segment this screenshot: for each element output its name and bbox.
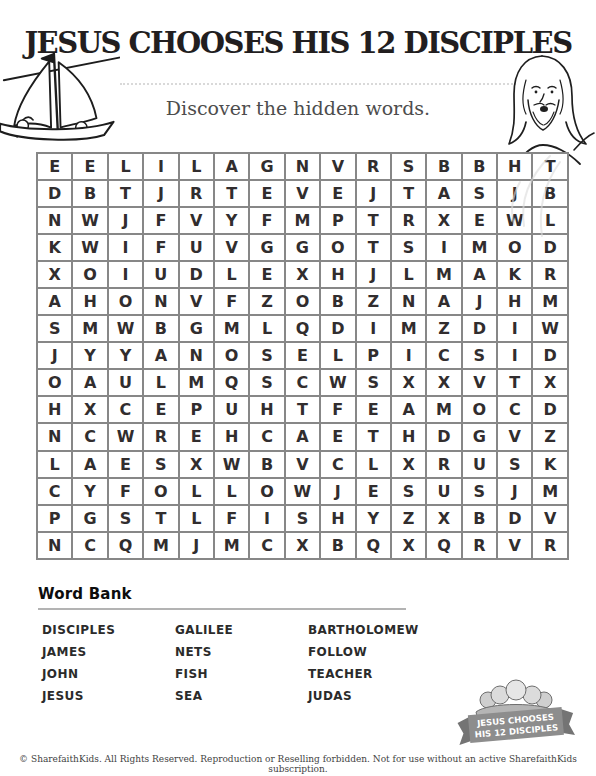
grid-cell-r13c8[interactable]: W [286,479,319,504]
grid-cell-r12c13[interactable]: U [463,452,496,477]
grid-cell-r12c10[interactable]: L [357,452,390,477]
grid-cell-r5c7[interactable]: E [250,262,283,287]
grid-cell-r3c2[interactable]: W [73,208,106,233]
grid-cell-r12c4[interactable]: S [144,452,177,477]
grid-cell-r11c8[interactable]: A [286,424,319,449]
grid-cell-r8c9[interactable]: L [321,343,354,368]
grid-cell-r12c15[interactable]: K [533,452,566,477]
grid-cell-r4c3[interactable]: I [109,235,142,260]
grid-cell-r2c6[interactable]: T [215,181,248,206]
grid-cell-r5c15[interactable]: R [533,262,566,287]
grid-cell-r3c7[interactable]: F [250,208,283,233]
grid-cell-r6c6[interactable]: F [215,289,248,314]
grid-cell-r11c9[interactable]: E [321,424,354,449]
grid-cell-r7c8[interactable]: Q [286,316,319,341]
grid-cell-r6c8[interactable]: O [286,289,319,314]
word-search-grid: EELILAGNVRSBBHTDBTJRTEVEJTASJBNWJFVYFMPT… [36,152,569,560]
grid-cell-r4c8[interactable]: G [286,235,319,260]
grid-cell-r3c6[interactable]: Y [215,208,248,233]
grid-cell-r1c7[interactable]: G [250,154,283,179]
grid-cell-r15c4[interactable]: M [144,533,177,558]
grid-cell-r13c4[interactable]: O [144,479,177,504]
grid-cell-r13c10[interactable]: E [357,479,390,504]
word-bank-item: JUDAS [308,685,419,707]
word-bank-item: SEA [175,685,308,707]
grid-cell-r9c1[interactable]: O [38,370,71,395]
grid-cell-r4c11[interactable]: S [392,235,425,260]
grid-cell-r3c8[interactable]: M [286,208,319,233]
grid-cell-r7c6[interactable]: M [215,316,248,341]
grid-cell-r4c14[interactable]: O [498,235,531,260]
grid-cell-r6c15[interactable]: M [533,289,566,314]
grid-cell-r11c4[interactable]: R [144,424,177,449]
grid-cell-r2c3[interactable]: T [109,181,142,206]
grid-cell-r14c14[interactable]: D [498,506,531,531]
word-bank-heading: Word Bank [38,585,132,603]
grid-cell-r4c15[interactable]: D [533,235,566,260]
grid-cell-r3c12[interactable]: X [427,208,460,233]
grid-cell-r10c2[interactable]: X [73,397,106,422]
grid-cell-r8c5[interactable]: N [180,343,213,368]
grid-cell-r10c11[interactable]: A [392,397,425,422]
grid-cell-r9c2[interactable]: A [73,370,106,395]
grid-cell-r15c3[interactable]: Q [109,533,142,558]
grid-cell-r2c13[interactable]: S [463,181,496,206]
grid-cell-r2c14[interactable]: J [498,181,531,206]
grid-cell-r13c12[interactable]: U [427,479,460,504]
grid-cell-r15c12[interactable]: Q [427,533,460,558]
grid-cell-r12c5[interactable]: X [180,452,213,477]
grid-cell-r3c9[interactable]: P [321,208,354,233]
grid-cell-r15c10[interactable]: Q [357,533,390,558]
word-bank-item: GALILEE [175,619,308,641]
grid-cell-r14c3[interactable]: S [109,506,142,531]
word-bank-column: GALILEE NETS FISH SEA [175,619,308,707]
grid-cell-r15c8[interactable]: X [286,533,319,558]
grid-cell-r4c2[interactable]: W [73,235,106,260]
grid-cell-r11c3[interactable]: W [109,424,142,449]
worksheet-page: JESUS CHOOSES HIS 12 DISCIPLES Discover … [0,0,596,776]
grid-cell-r15c14[interactable]: V [498,533,531,558]
grid-cell-r2c9[interactable]: E [321,181,354,206]
grid-cell-r2c15[interactable]: B [533,181,566,206]
grid-cell-r7c1[interactable]: S [38,316,71,341]
grid-cell-r9c4[interactable]: L [144,370,177,395]
word-bank-column: BARTHOLOMEW FOLLOW TEACHER JUDAS [308,619,419,707]
grid-cell-r3c5[interactable]: V [180,208,213,233]
sailboat-icon [0,50,146,154]
grid-cell-r8c6[interactable]: O [215,343,248,368]
grid-cell-r10c13[interactable]: O [463,397,496,422]
grid-cell-r3c15[interactable]: L [533,208,566,233]
grid-cell-r8c15[interactable]: D [533,343,566,368]
grid-cell-r8c3[interactable]: Y [109,343,142,368]
grid-cell-r5c3[interactable]: I [109,262,142,287]
grid-cell-r3c10[interactable]: T [357,208,390,233]
grid-cell-r12c1[interactable]: L [38,452,71,477]
grid-cell-r12c3[interactable]: E [109,452,142,477]
grid-cell-r4c9[interactable]: O [321,235,354,260]
word-bank-rule [38,608,406,610]
grid-cell-r3c13[interactable]: E [463,208,496,233]
grid-cell-r15c5[interactable]: J [180,533,213,558]
grid-cell-r12c11[interactable]: X [392,452,425,477]
grid-cell-r6c12[interactable]: A [427,289,460,314]
grid-cell-r10c15[interactable]: D [533,397,566,422]
grid-cell-r1c8[interactable]: N [286,154,319,179]
grid-cell-r14c12[interactable]: X [427,506,460,531]
grid-cell-r10c8[interactable]: T [286,397,319,422]
grid-cell-r9c13[interactable]: V [463,370,496,395]
grid-cell-r9c8[interactable]: C [286,370,319,395]
grid-cell-r8c13[interactable]: S [463,343,496,368]
grid-cell-r3c14[interactable]: W [498,208,531,233]
grid-cell-r1c6[interactable]: A [215,154,248,179]
grid-cell-r4c10[interactable]: T [357,235,390,260]
grid-cell-r9c11[interactable]: X [392,370,425,395]
grid-cell-r3c11[interactable]: R [392,208,425,233]
grid-cell-r8c4[interactable]: A [144,343,177,368]
grid-cell-r5c4[interactable]: U [144,262,177,287]
grid-cell-r11c13[interactable]: G [463,424,496,449]
grid-cell-r13c2[interactable]: Y [73,479,106,504]
grid-cell-r14c4[interactable]: T [144,506,177,531]
grid-cell-r13c11[interactable]: S [392,479,425,504]
grid-cell-r2c12[interactable]: A [427,181,460,206]
grid-cell-r12c8[interactable]: V [286,452,319,477]
grid-cell-r9c9[interactable]: W [321,370,354,395]
grid-cell-r15c15[interactable]: R [533,533,566,558]
grid-cell-r10c6[interactable]: U [215,397,248,422]
grid-cell-r11c5[interactable]: E [180,424,213,449]
grid-cell-r13c15[interactable]: M [533,479,566,504]
word-bank-list: DISCIPLES JAMES JOHN JESUS GALILEE NETS … [42,619,419,707]
grid-cell-r13c6[interactable]: L [215,479,248,504]
grid-cell-r10c4[interactable]: E [144,397,177,422]
grid-cell-r9c6[interactable]: Q [215,370,248,395]
grid-cell-r8c12[interactable]: C [427,343,460,368]
grid-cell-r10c1[interactable]: H [38,397,71,422]
grid-cell-r10c5[interactable]: P [180,397,213,422]
grid-cell-r8c10[interactable]: P [357,343,390,368]
grid-cell-r10c7[interactable]: H [250,397,283,422]
grid-cell-r11c2[interactable]: C [73,424,106,449]
grid-cell-r14c11[interactable]: Z [392,506,425,531]
grid-cell-r9c12[interactable]: X [427,370,460,395]
grid-cell-r9c15[interactable]: X [533,370,566,395]
grid-cell-r14c1[interactable]: P [38,506,71,531]
grid-cell-r9c14[interactable]: T [498,370,531,395]
grid-cell-r13c1[interactable]: C [38,479,71,504]
grid-cell-r6c7[interactable]: Z [250,289,283,314]
grid-cell-r6c2[interactable]: H [73,289,106,314]
ribbon-badge-icon: JESUS CHOOSES HIS 12 DISCIPLES [450,678,582,752]
grid-cell-r4c1[interactable]: K [38,235,71,260]
grid-cell-r14c6[interactable]: F [215,506,248,531]
grid-cell-r1c13[interactable]: B [463,154,496,179]
grid-cell-r11c7[interactable]: C [250,424,283,449]
grid-cell-r2c5[interactable]: R [180,181,213,206]
grid-cell-r2c11[interactable]: T [392,181,425,206]
grid-cell-r14c13[interactable]: B [463,506,496,531]
grid-cell-r1c15[interactable]: T [533,154,566,179]
grid-cell-r1c2[interactable]: E [73,154,106,179]
grid-cell-r10c10[interactable]: E [357,397,390,422]
grid-cell-r15c7[interactable]: C [250,533,283,558]
grid-cell-r13c13[interactable]: S [463,479,496,504]
grid-cell-r7c13[interactable]: D [463,316,496,341]
grid-cell-r6c11[interactable]: N [392,289,425,314]
grid-cell-r2c8[interactable]: V [286,181,319,206]
grid-cell-r9c5[interactable]: M [180,370,213,395]
grid-cell-r7c11[interactable]: M [392,316,425,341]
grid-cell-r7c14[interactable]: I [498,316,531,341]
word-bank-item: BARTHOLOMEW [308,619,419,641]
grid-cell-r5c14[interactable]: K [498,262,531,287]
grid-cell-r8c2[interactable]: Y [73,343,106,368]
footer-copyright: © SharefaithKids. All Rights Reserved. R… [0,754,596,774]
grid-cell-r2c4[interactable]: J [144,181,177,206]
grid-cell-r12c7[interactable]: B [250,452,283,477]
grid-cell-r1c5[interactable]: L [180,154,213,179]
grid-cell-r12c2[interactable]: A [73,452,106,477]
grid-cell-r7c10[interactable]: I [357,316,390,341]
grid-cell-r10c12[interactable]: M [427,397,460,422]
grid-cell-r13c7[interactable]: O [250,479,283,504]
grid-cell-r9c3[interactable]: U [109,370,142,395]
grid-cell-r6c3[interactable]: O [109,289,142,314]
grid-cell-r7c5[interactable]: G [180,316,213,341]
word-bank-item: DISCIPLES [42,619,175,641]
grid-cell-r2c1[interactable]: D [38,181,71,206]
grid-cell-r4c6[interactable]: V [215,235,248,260]
grid-cell-r10c3[interactable]: C [109,397,142,422]
grid-cell-r7c12[interactable]: Z [427,316,460,341]
grid-cell-r11c15[interactable]: Z [533,424,566,449]
grid-cell-r1c3[interactable]: L [109,154,142,179]
grid-cell-r5c1[interactable]: X [38,262,71,287]
sharefaith-badge: JESUS CHOOSES HIS 12 DISCIPLES [450,678,582,752]
word-bank-item: FISH [175,663,308,685]
grid-cell-r7c9[interactable]: D [321,316,354,341]
boat-illustration [0,50,146,154]
grid-cell-r5c8[interactable]: X [286,262,319,287]
grid-cell-r7c2[interactable]: M [73,316,106,341]
word-bank-item: FOLLOW [308,641,419,663]
grid-cell-r15c13[interactable]: R [463,533,496,558]
grid-cell-r14c10[interactable]: Y [357,506,390,531]
grid-cell-r5c9[interactable]: H [321,262,354,287]
grid-cell-r1c10[interactable]: R [357,154,390,179]
grid-cell-r6c1[interactable]: A [38,289,71,314]
word-bank-item: JAMES [42,641,175,663]
word-bank-item: JESUS [42,685,175,707]
word-bank-item: JOHN [42,663,175,685]
grid-cell-r6c4[interactable]: N [144,289,177,314]
grid-cell-r14c2[interactable]: G [73,506,106,531]
grid-cell-r14c7[interactable]: I [250,506,283,531]
grid-cell-r6c13[interactable]: J [463,289,496,314]
grid-cell-r1c14[interactable]: H [498,154,531,179]
grid-cell-r15c9[interactable]: B [321,533,354,558]
grid-cell-r12c6[interactable]: W [215,452,248,477]
grid-cell-r6c14[interactable]: H [498,289,531,314]
grid-cell-r13c9[interactable]: J [321,479,354,504]
grid-cell-r13c5[interactable]: L [180,479,213,504]
grid-cell-r1c4[interactable]: I [144,154,177,179]
grid-cell-r3c4[interactable]: F [144,208,177,233]
grid-cell-r11c10[interactable]: T [357,424,390,449]
grid-cell-r1c12[interactable]: B [427,154,460,179]
grid-cell-r14c8[interactable]: S [286,506,319,531]
grid-cell-r5c10[interactable]: J [357,262,390,287]
grid-cell-r11c11[interactable]: H [392,424,425,449]
grid-cell-r4c4[interactable]: F [144,235,177,260]
grid-cell-r14c5[interactable]: L [180,506,213,531]
grid-cell-r5c13[interactable]: A [463,262,496,287]
grid-cell-r2c2[interactable]: B [73,181,106,206]
grid-cell-r2c7[interactable]: E [250,181,283,206]
grid-cell-r12c12[interactable]: R [427,452,460,477]
grid-cell-r8c14[interactable]: I [498,343,531,368]
grid-cell-r1c11[interactable]: S [392,154,425,179]
grid-cell-r12c14[interactable]: S [498,452,531,477]
grid-cell-r3c1[interactable]: N [38,208,71,233]
grid-cell-r5c5[interactable]: D [180,262,213,287]
grid-cell-r8c11[interactable]: I [392,343,425,368]
grid-cell-r13c3[interactable]: F [109,479,142,504]
word-bank-column: DISCIPLES JAMES JOHN JESUS [42,619,175,707]
grid-cell-r1c1[interactable]: E [38,154,71,179]
title-divider [120,83,516,85]
grid-cell-r15c1[interactable]: N [38,533,71,558]
grid-cell-r15c11[interactable]: X [392,533,425,558]
grid-cell-r12c9[interactable]: C [321,452,354,477]
grid-cell-r11c1[interactable]: N [38,424,71,449]
grid-cell-r14c15[interactable]: V [533,506,566,531]
grid-cell-r11c14[interactable]: V [498,424,531,449]
grid-cell-r5c2[interactable]: O [73,262,106,287]
grid-cell-r6c9[interactable]: B [321,289,354,314]
grid-cell-r11c12[interactable]: D [427,424,460,449]
grid-cell-r7c4[interactable]: B [144,316,177,341]
grid-cell-r7c15[interactable]: W [533,316,566,341]
grid-cell-r4c5[interactable]: U [180,235,213,260]
word-bank-item: NETS [175,641,308,663]
grid-cell-r10c9[interactable]: F [321,397,354,422]
grid-cell-r9c7[interactable]: S [250,370,283,395]
grid-cell-r8c1[interactable]: J [38,343,71,368]
grid-cell-r5c11[interactable]: L [392,262,425,287]
grid-cell-r7c3[interactable]: W [109,316,142,341]
grid-cell-r5c6[interactable]: L [215,262,248,287]
grid-cell-r4c7[interactable]: G [250,235,283,260]
grid-cell-r8c7[interactable]: S [250,343,283,368]
grid-cell-r1c9[interactable]: V [321,154,354,179]
grid-cell-r5c12[interactable]: M [427,262,460,287]
grid-cell-r14c9[interactable]: H [321,506,354,531]
grid-cell-r6c10[interactable]: Z [357,289,390,314]
grid-cell-r6c5[interactable]: V [180,289,213,314]
grid-cell-r10c14[interactable]: C [498,397,531,422]
grid-cell-r4c13[interactable]: M [463,235,496,260]
grid-cell-r7c7[interactable]: L [250,316,283,341]
grid-cell-r4c12[interactable]: I [427,235,460,260]
grid-cell-r8c8[interactable]: E [286,343,319,368]
grid-cell-r15c6[interactable]: M [215,533,248,558]
grid-cell-r13c14[interactable]: J [498,479,531,504]
word-bank-item: TEACHER [308,663,419,685]
grid-cell-r11c6[interactable]: H [215,424,248,449]
grid-cell-r3c3[interactable]: J [109,208,142,233]
grid-cell-r9c10[interactable]: S [357,370,390,395]
grid-cell-r15c2[interactable]: C [73,533,106,558]
grid-cell-r2c10[interactable]: J [357,181,390,206]
